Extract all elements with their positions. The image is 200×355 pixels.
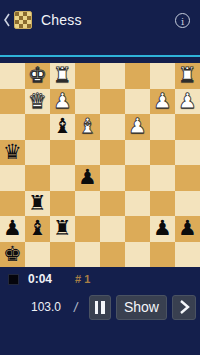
square-c1[interactable]: [50, 242, 75, 268]
square-c2[interactable]: ♜: [50, 216, 75, 242]
piece-black-R-c2: ♜: [53, 218, 72, 239]
square-b4[interactable]: [25, 165, 50, 191]
square-c7[interactable]: ♟: [50, 89, 75, 115]
square-g2[interactable]: ♟: [150, 216, 175, 242]
square-d6[interactable]: ♝: [75, 114, 100, 140]
info-icon[interactable]: i: [175, 13, 190, 28]
square-b1[interactable]: [25, 242, 50, 268]
piece-black-P-h2: ♟: [178, 218, 197, 239]
square-g6[interactable]: [150, 114, 175, 140]
next-button[interactable]: [172, 295, 196, 320]
pause-icon: [95, 301, 99, 314]
controls-row: 103.0 / Show: [0, 294, 200, 320]
piece-black-P-d4: ♟: [78, 167, 97, 188]
status-row: 0:04 # 1: [8, 272, 200, 286]
piece-white-Q-b7: ♛: [28, 91, 47, 112]
square-a4[interactable]: [0, 165, 25, 191]
square-a1[interactable]: ♚: [0, 242, 25, 268]
square-d5[interactable]: [75, 140, 100, 166]
square-h7[interactable]: ♟: [175, 89, 200, 115]
square-h3[interactable]: [175, 191, 200, 217]
square-f5[interactable]: [125, 140, 150, 166]
square-a2[interactable]: ♟: [0, 216, 25, 242]
square-d8[interactable]: [75, 63, 100, 89]
piece-black-B-c6: ♝: [53, 116, 72, 137]
back-chevron-icon[interactable]: [2, 12, 12, 28]
pause-button[interactable]: [89, 295, 111, 320]
show-button[interactable]: Show: [116, 295, 167, 320]
eval-value: 103.0: [31, 300, 61, 314]
move-number-label: # 1: [75, 273, 90, 285]
piece-black-K-a1: ♚: [3, 244, 22, 265]
square-f1[interactable]: [125, 242, 150, 268]
square-d7[interactable]: [75, 89, 100, 115]
square-d2[interactable]: [75, 216, 100, 242]
piece-white-B-d6: ♝: [78, 116, 97, 137]
app-title: Chess: [41, 12, 82, 28]
square-h1[interactable]: [175, 242, 200, 268]
square-g8[interactable]: [150, 63, 175, 89]
square-e3[interactable]: [100, 191, 125, 217]
square-b8[interactable]: ♚: [25, 63, 50, 89]
square-c3[interactable]: [50, 191, 75, 217]
square-a6[interactable]: [0, 114, 25, 140]
piece-white-P-c7: ♟: [53, 91, 72, 112]
piece-black-Q-a5: ♛: [3, 142, 22, 163]
square-g7[interactable]: ♟: [150, 89, 175, 115]
piece-black-R-b3: ♜: [28, 193, 47, 214]
square-c5[interactable]: [50, 140, 75, 166]
square-h8[interactable]: ♜: [175, 63, 200, 89]
piece-white-P-g7: ♟: [153, 91, 172, 112]
square-h2[interactable]: ♟: [175, 216, 200, 242]
square-e2[interactable]: [100, 216, 125, 242]
pause-icon: [101, 301, 105, 314]
square-e7[interactable]: [100, 89, 125, 115]
square-f3[interactable]: [125, 191, 150, 217]
square-a7[interactable]: [0, 89, 25, 115]
chess-app-icon: [14, 11, 32, 29]
square-f8[interactable]: [125, 63, 150, 89]
square-d1[interactable]: [75, 242, 100, 268]
square-f6[interactable]: ♟: [125, 114, 150, 140]
square-g1[interactable]: [150, 242, 175, 268]
square-b3[interactable]: ♜: [25, 191, 50, 217]
piece-black-B-b2: ♝: [28, 218, 47, 239]
square-c8[interactable]: ♜: [50, 63, 75, 89]
square-a3[interactable]: [0, 191, 25, 217]
square-b7[interactable]: ♛: [25, 89, 50, 115]
square-f7[interactable]: [125, 89, 150, 115]
app-header: Chess i: [0, 0, 200, 57]
piece-black-P-a2: ♟: [3, 218, 22, 239]
piece-white-R-h8: ♜: [178, 65, 197, 86]
square-h4[interactable]: [175, 165, 200, 191]
square-a5[interactable]: ♛: [0, 140, 25, 166]
black-square-icon: [8, 274, 19, 285]
square-e4[interactable]: [100, 165, 125, 191]
piece-white-R-c8: ♜: [53, 65, 72, 86]
square-e1[interactable]: [100, 242, 125, 268]
piece-white-P-f6: ♟: [128, 116, 147, 137]
piece-white-P-h7: ♟: [178, 91, 197, 112]
clock: 0:04: [28, 272, 52, 286]
square-e8[interactable]: [100, 63, 125, 89]
next-chevron-icon: [177, 299, 191, 315]
square-f2[interactable]: [125, 216, 150, 242]
piece-black-P-g2: ♟: [153, 218, 172, 239]
square-d4[interactable]: ♟: [75, 165, 100, 191]
square-b2[interactable]: ♝: [25, 216, 50, 242]
square-d3[interactable]: [75, 191, 100, 217]
square-g3[interactable]: [150, 191, 175, 217]
square-b6[interactable]: [25, 114, 50, 140]
chess-board: ♚♜♜♛♟♟♟♝♝♟♛♟♜♟♝♜♟♟♚: [0, 63, 200, 267]
square-h6[interactable]: [175, 114, 200, 140]
square-e6[interactable]: [100, 114, 125, 140]
square-b5[interactable]: [25, 140, 50, 166]
piece-white-K-b8: ♚: [28, 65, 47, 86]
square-e5[interactable]: [100, 140, 125, 166]
slash-icon[interactable]: /: [73, 299, 79, 315]
square-g4[interactable]: [150, 165, 175, 191]
square-a8[interactable]: [0, 63, 25, 89]
square-c6[interactable]: ♝: [50, 114, 75, 140]
square-g5[interactable]: [150, 140, 175, 166]
square-h5[interactable]: [175, 140, 200, 166]
square-c4[interactable]: [50, 165, 75, 191]
square-f4[interactable]: [125, 165, 150, 191]
